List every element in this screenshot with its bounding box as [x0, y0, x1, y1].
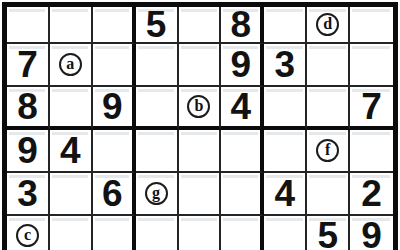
cell-r2c2[interactable]: a — [50, 44, 93, 87]
given-digit-3: 3 — [17, 175, 38, 212]
cell-r3c3[interactable]: 9 — [93, 87, 136, 130]
cell-r6c2[interactable] — [50, 216, 93, 250]
cell-r6c7[interactable] — [264, 216, 307, 250]
cell-r5c3[interactable]: 6 — [93, 173, 136, 216]
cell-r3c7[interactable] — [264, 87, 307, 130]
given-digit-7: 7 — [17, 46, 38, 83]
given-digit-3: 3 — [274, 46, 295, 83]
cell-r2c1[interactable]: 7 — [7, 44, 50, 87]
sudoku-board: 58d7a9389b4794f36g42c59 — [2, 2, 398, 250]
given-digit-4: 4 — [274, 175, 295, 212]
given-digit-6: 6 — [102, 175, 123, 212]
cell-r1c2[interactable] — [50, 7, 93, 44]
cell-r5c1[interactable]: 3 — [7, 173, 50, 216]
circled-letter-c: c — [16, 224, 39, 247]
circled-letter-g: g — [145, 182, 168, 205]
cell-r1c1[interactable] — [7, 7, 50, 44]
cell-r5c9[interactable]: 2 — [350, 173, 393, 216]
cell-r4c1[interactable]: 9 — [7, 130, 50, 173]
cell-r6c5[interactable] — [179, 216, 222, 250]
given-digit-2: 2 — [361, 175, 382, 212]
cell-r6c6[interactable] — [221, 216, 264, 250]
cell-r3c2[interactable] — [50, 87, 93, 130]
given-digit-7: 7 — [361, 88, 382, 125]
cell-r6c9[interactable]: 9 — [350, 216, 393, 250]
cell-r2c8[interactable] — [307, 44, 350, 87]
cell-r3c5[interactable]: b — [179, 87, 222, 130]
cell-r3c6[interactable]: 4 — [221, 87, 264, 130]
cell-r4c5[interactable] — [179, 130, 222, 173]
cell-r3c1[interactable]: 8 — [7, 87, 50, 130]
cell-r1c3[interactable] — [93, 7, 136, 44]
cell-r4c6[interactable] — [221, 130, 264, 173]
given-digit-4: 4 — [231, 88, 252, 125]
cell-r6c1[interactable]: c — [7, 216, 50, 250]
cell-r4c7[interactable] — [264, 130, 307, 173]
cell-r5c8[interactable] — [307, 173, 350, 216]
circled-letter-b: b — [187, 95, 210, 118]
given-digit-5: 5 — [146, 6, 167, 43]
given-digit-4: 4 — [60, 132, 81, 169]
given-digit-9: 9 — [102, 88, 123, 125]
cell-r6c8[interactable]: 5 — [307, 216, 350, 250]
given-digit-5: 5 — [317, 217, 338, 250]
cell-r2c6[interactable]: 9 — [221, 44, 264, 87]
sudoku-screenshot: 58d7a9389b4794f36g42c59 — [0, 0, 400, 250]
cell-r2c4[interactable] — [136, 44, 179, 87]
cell-r4c8[interactable]: f — [307, 130, 350, 173]
given-digit-9: 9 — [231, 46, 252, 83]
circled-letter-d: d — [316, 13, 339, 36]
cell-r1c4[interactable]: 5 — [136, 7, 179, 44]
cell-r2c5[interactable] — [179, 44, 222, 87]
cell-r5c7[interactable]: 4 — [264, 173, 307, 216]
cell-r4c9[interactable] — [350, 130, 393, 173]
cell-r1c9[interactable] — [350, 7, 393, 44]
cell-r6c3[interactable] — [93, 216, 136, 250]
given-digit-9: 9 — [361, 217, 382, 250]
cell-r2c9[interactable] — [350, 44, 393, 87]
cell-r4c2[interactable]: 4 — [50, 130, 93, 173]
given-digit-9: 9 — [17, 132, 38, 169]
cell-r5c2[interactable] — [50, 173, 93, 216]
cell-r3c8[interactable] — [307, 87, 350, 130]
cell-r1c5[interactable] — [179, 7, 222, 44]
cell-r5c4[interactable]: g — [136, 173, 179, 216]
cell-r1c6[interactable]: 8 — [221, 7, 264, 44]
circled-letter-f: f — [316, 139, 339, 162]
cell-r5c5[interactable] — [179, 173, 222, 216]
cell-r3c9[interactable]: 7 — [350, 87, 393, 130]
cell-r3c4[interactable] — [136, 87, 179, 130]
cell-r1c7[interactable] — [264, 7, 307, 44]
cell-r4c4[interactable] — [136, 130, 179, 173]
given-digit-8: 8 — [17, 88, 38, 125]
cell-r4c3[interactable] — [93, 130, 136, 173]
cell-r1c8[interactable]: d — [307, 7, 350, 44]
cell-r5c6[interactable] — [221, 173, 264, 216]
circled-letter-a: a — [59, 53, 82, 76]
cell-r2c3[interactable] — [93, 44, 136, 87]
cell-r2c7[interactable]: 3 — [264, 44, 307, 87]
given-digit-8: 8 — [231, 6, 252, 43]
cell-r6c4[interactable] — [136, 216, 179, 250]
